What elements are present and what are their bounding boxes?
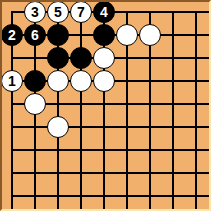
white-stone [47, 116, 69, 138]
white-stone [47, 70, 69, 92]
black-stone [24, 70, 46, 92]
go-board: 3574261 [2, 2, 209, 209]
white-stone [24, 93, 46, 115]
white-stone [116, 24, 138, 46]
black-stone-move-6: 6 [24, 24, 46, 46]
white-stone-move-7: 7 [70, 1, 92, 23]
white-stone [93, 47, 115, 69]
go-board-diagram: 3574261 [0, 0, 211, 211]
black-stone-move-4: 4 [93, 1, 115, 23]
black-stone [93, 24, 115, 46]
black-stone [70, 47, 92, 69]
black-stone-move-2: 2 [1, 24, 23, 46]
white-stone [93, 70, 115, 92]
white-stone-move-1: 1 [1, 70, 23, 92]
white-stone-move-3: 3 [24, 1, 46, 23]
black-stone [47, 47, 69, 69]
stones-layer: 3574261 [1, 1, 208, 208]
black-stone [47, 24, 69, 46]
white-stone [70, 70, 92, 92]
white-stone [139, 24, 161, 46]
white-stone-move-5: 5 [47, 1, 69, 23]
